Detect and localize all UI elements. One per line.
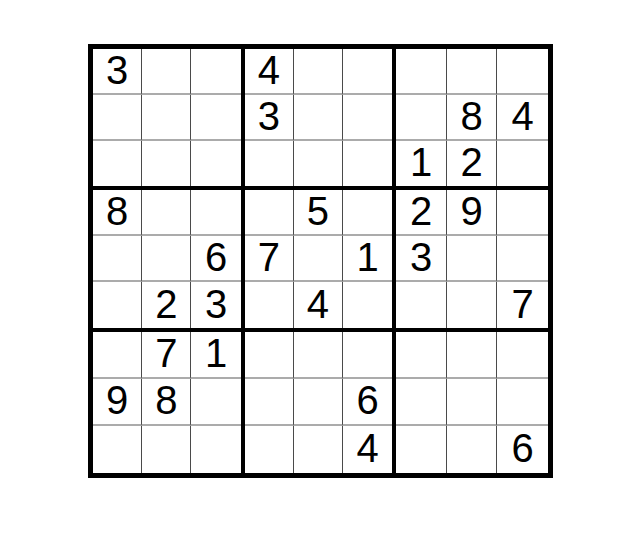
- cell-r7c3[interactable]: 1: [191, 332, 240, 379]
- cell-r2c1[interactable]: [93, 95, 142, 141]
- cell-r2c8[interactable]: 8: [447, 95, 498, 141]
- sudoku-board: 34384128623571429377198646: [88, 44, 553, 478]
- cell-r3c3[interactable]: [191, 141, 240, 187]
- cell-r8c7[interactable]: [396, 379, 447, 426]
- cell-r1c6[interactable]: [343, 49, 392, 95]
- cell-r5c9[interactable]: [497, 236, 548, 282]
- cell-r3c2[interactable]: [142, 141, 191, 187]
- given-digit: 9: [106, 380, 128, 420]
- given-digit: 4: [512, 96, 534, 136]
- cell-r6c6[interactable]: [343, 282, 392, 328]
- given-digit: 3: [205, 284, 227, 324]
- cell-r6c8[interactable]: [447, 282, 498, 328]
- cell-r1c7[interactable]: [396, 49, 447, 95]
- given-digit: 1: [410, 142, 432, 182]
- box-3-1: 7198: [93, 332, 245, 473]
- box-1-1: 3: [93, 49, 245, 190]
- cell-r8c5[interactable]: [294, 379, 343, 426]
- cell-r5c8[interactable]: [447, 236, 498, 282]
- cell-r2c3[interactable]: [191, 95, 240, 141]
- cell-r8c8[interactable]: [447, 379, 498, 426]
- cell-r3c1[interactable]: [93, 141, 142, 187]
- cell-r2c9[interactable]: 4: [497, 95, 548, 141]
- cell-r6c2[interactable]: 2: [142, 282, 191, 328]
- cell-r3c4[interactable]: [245, 141, 294, 187]
- cell-r1c4[interactable]: 4: [245, 49, 294, 95]
- given-digit: 4: [357, 428, 379, 468]
- given-digit: 9: [461, 191, 483, 231]
- cell-r6c3[interactable]: 3: [191, 282, 240, 328]
- cell-r1c1[interactable]: 3: [93, 49, 142, 95]
- cell-r1c5[interactable]: [294, 49, 343, 95]
- cell-r8c4[interactable]: [245, 379, 294, 426]
- given-digit: 7: [155, 333, 177, 373]
- cell-r4c1[interactable]: 8: [93, 190, 142, 236]
- given-digit: 8: [106, 191, 128, 231]
- cell-r7c2[interactable]: 7: [142, 332, 191, 379]
- cell-r9c7[interactable]: [396, 426, 447, 473]
- given-digit: 1: [205, 333, 227, 373]
- cell-r6c5[interactable]: 4: [294, 282, 343, 328]
- cell-r5c5[interactable]: [294, 236, 343, 282]
- cell-r2c4[interactable]: 3: [245, 95, 294, 141]
- cell-r7c6[interactable]: [343, 332, 392, 379]
- cell-r4c8[interactable]: 9: [447, 190, 498, 236]
- given-digit: 3: [106, 50, 128, 90]
- cell-r8c9[interactable]: [497, 379, 548, 426]
- given-digit: 8: [155, 380, 177, 420]
- given-digit: 7: [512, 284, 534, 324]
- cell-r6c1[interactable]: [93, 282, 142, 328]
- cell-r3c5[interactable]: [294, 141, 343, 187]
- box-3-3: 6: [396, 332, 548, 473]
- given-digit: 4: [307, 284, 329, 324]
- cell-r8c6[interactable]: 6: [343, 379, 392, 426]
- cell-r3c6[interactable]: [343, 141, 392, 187]
- cell-r9c5[interactable]: [294, 426, 343, 473]
- cell-r4c4[interactable]: [245, 190, 294, 236]
- given-digit: 3: [258, 96, 280, 136]
- cell-r9c2[interactable]: [142, 426, 191, 473]
- cell-r6c7[interactable]: [396, 282, 447, 328]
- given-digit: 7: [258, 237, 280, 277]
- cell-r2c7[interactable]: [396, 95, 447, 141]
- given-digit: 2: [461, 142, 483, 182]
- cell-r4c6[interactable]: [343, 190, 392, 236]
- cell-r4c9[interactable]: [497, 190, 548, 236]
- given-digit: 5: [307, 191, 329, 231]
- cell-r6c4[interactable]: [245, 282, 294, 328]
- cell-r2c2[interactable]: [142, 95, 191, 141]
- given-digit: 3: [410, 237, 432, 277]
- cell-r7c4[interactable]: [245, 332, 294, 379]
- page-background: 34384128623571429377198646: [0, 0, 640, 540]
- given-digit: 2: [410, 191, 432, 231]
- cell-r6c9[interactable]: 7: [497, 282, 548, 328]
- box-1-3: 8412: [396, 49, 548, 190]
- cell-r4c2[interactable]: [142, 190, 191, 236]
- cell-r3c7[interactable]: 1: [396, 141, 447, 187]
- cell-r5c7[interactable]: 3: [396, 236, 447, 282]
- cell-r9c4[interactable]: [245, 426, 294, 473]
- cell-r1c9[interactable]: [497, 49, 548, 95]
- box-1-2: 43: [245, 49, 397, 190]
- box-2-2: 5714: [245, 190, 397, 331]
- cell-r9c8[interactable]: [447, 426, 498, 473]
- cell-r8c1[interactable]: 9: [93, 379, 142, 426]
- cell-r5c4[interactable]: 7: [245, 236, 294, 282]
- cell-r2c5[interactable]: [294, 95, 343, 141]
- given-digit: 2: [155, 284, 177, 324]
- cell-r5c3[interactable]: 6: [191, 236, 240, 282]
- given-digit: 8: [461, 96, 483, 136]
- cell-r4c7[interactable]: 2: [396, 190, 447, 236]
- cell-r3c8[interactable]: 2: [447, 141, 498, 187]
- cell-r7c1[interactable]: [93, 332, 142, 379]
- cell-r5c6[interactable]: 1: [343, 236, 392, 282]
- cell-r8c2[interactable]: 8: [142, 379, 191, 426]
- cell-r9c3[interactable]: [191, 426, 240, 473]
- box-3-2: 64: [245, 332, 397, 473]
- cell-r9c1[interactable]: [93, 426, 142, 473]
- cell-r2c6[interactable]: [343, 95, 392, 141]
- cell-r4c5[interactable]: 5: [294, 190, 343, 236]
- cell-r5c1[interactable]: [93, 236, 142, 282]
- box-2-1: 8623: [93, 190, 245, 331]
- cell-r1c3[interactable]: [191, 49, 240, 95]
- given-digit: 6: [205, 237, 227, 277]
- cell-r9c6[interactable]: 4: [343, 426, 392, 473]
- cell-r1c8[interactable]: [447, 49, 498, 95]
- given-digit: 4: [258, 50, 280, 90]
- given-digit: 6: [357, 380, 379, 420]
- cell-r7c8[interactable]: [447, 332, 498, 379]
- cell-r4c3[interactable]: [191, 190, 240, 236]
- cell-r5c2[interactable]: [142, 236, 191, 282]
- given-digit: 6: [512, 428, 534, 468]
- box-2-3: 2937: [396, 190, 548, 331]
- cell-r7c5[interactable]: [294, 332, 343, 379]
- given-digit: 1: [357, 237, 379, 277]
- cell-r1c2[interactable]: [142, 49, 191, 95]
- cell-r8c3[interactable]: [191, 379, 240, 426]
- cell-r7c9[interactable]: [497, 332, 548, 379]
- cell-r7c7[interactable]: [396, 332, 447, 379]
- cell-r3c9[interactable]: [497, 141, 548, 187]
- cell-r9c9[interactable]: 6: [497, 426, 548, 473]
